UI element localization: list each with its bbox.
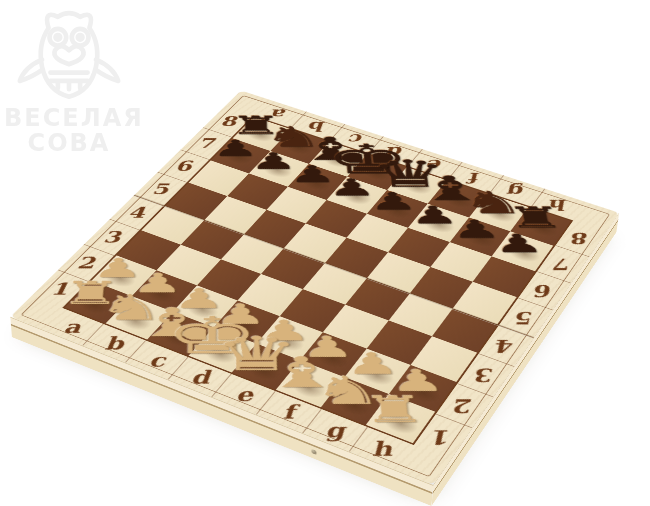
brand-logo: ВЕСЕЛАЯ СОВА bbox=[4, 2, 134, 156]
latch-pin bbox=[311, 449, 316, 455]
piece-black-rook-h8: ♜ bbox=[504, 203, 567, 232]
logo-text-line1: ВЕСЕЛАЯ bbox=[4, 106, 134, 131]
scene: ВЕСЕЛАЯ СОВА aabbccddeeffgghh11223344556… bbox=[0, 0, 650, 506]
owl-logo-icon bbox=[13, 2, 125, 106]
piece-black-pawn-h7: ♟ bbox=[491, 231, 546, 256]
logo-text-line2: СОВА bbox=[4, 131, 134, 156]
